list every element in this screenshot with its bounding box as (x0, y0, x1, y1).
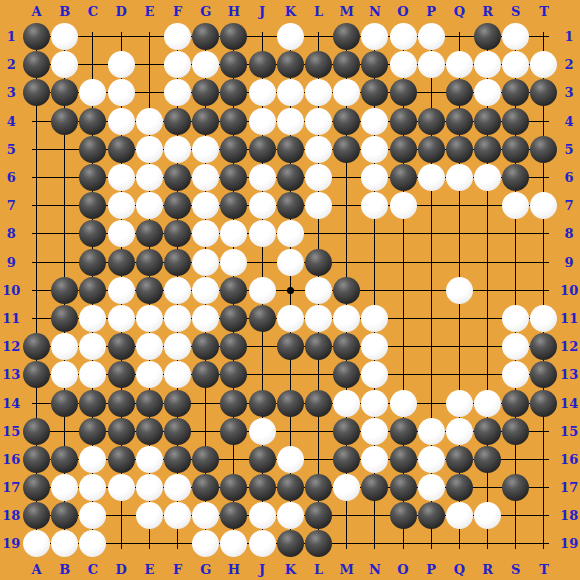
intersection[interactable] (333, 530, 361, 558)
intersection[interactable] (474, 276, 502, 304)
intersection[interactable] (276, 530, 304, 558)
intersection[interactable] (389, 23, 417, 51)
intersection[interactable] (163, 445, 191, 473)
intersection[interactable] (192, 304, 220, 332)
intersection[interactable] (248, 135, 276, 163)
intersection[interactable] (502, 304, 530, 332)
intersection[interactable] (192, 220, 220, 248)
intersection[interactable] (79, 530, 107, 558)
intersection[interactable] (474, 389, 502, 417)
intersection[interactable] (51, 502, 79, 530)
intersection[interactable] (220, 361, 248, 389)
intersection[interactable] (220, 417, 248, 445)
intersection[interactable] (417, 304, 445, 332)
intersection[interactable] (248, 502, 276, 530)
intersection[interactable] (107, 276, 135, 304)
intersection[interactable] (361, 445, 389, 473)
intersection[interactable] (220, 276, 248, 304)
intersection[interactable] (502, 417, 530, 445)
intersection[interactable] (135, 135, 163, 163)
intersection[interactable] (474, 79, 502, 107)
intersection[interactable] (23, 502, 51, 530)
intersection[interactable] (23, 107, 51, 135)
intersection[interactable] (23, 192, 51, 220)
intersection[interactable] (192, 163, 220, 191)
intersection[interactable] (220, 304, 248, 332)
intersection[interactable] (23, 304, 51, 332)
intersection[interactable] (79, 276, 107, 304)
intersection[interactable] (163, 51, 191, 79)
intersection[interactable] (163, 276, 191, 304)
intersection[interactable] (304, 79, 332, 107)
intersection[interactable] (474, 23, 502, 51)
intersection[interactable] (304, 220, 332, 248)
intersection[interactable] (417, 23, 445, 51)
intersection[interactable] (163, 192, 191, 220)
intersection[interactable] (192, 192, 220, 220)
intersection[interactable] (445, 107, 473, 135)
intersection[interactable] (135, 51, 163, 79)
intersection[interactable] (220, 502, 248, 530)
intersection[interactable] (23, 79, 51, 107)
intersection[interactable] (135, 220, 163, 248)
intersection[interactable] (248, 474, 276, 502)
intersection[interactable] (304, 248, 332, 276)
intersection[interactable] (51, 304, 79, 332)
intersection[interactable] (530, 248, 558, 276)
intersection[interactable] (304, 417, 332, 445)
intersection[interactable] (248, 248, 276, 276)
intersection[interactable] (389, 417, 417, 445)
intersection[interactable] (107, 502, 135, 530)
intersection[interactable] (333, 51, 361, 79)
intersection[interactable] (192, 248, 220, 276)
intersection[interactable] (51, 276, 79, 304)
intersection[interactable] (502, 248, 530, 276)
intersection[interactable] (445, 220, 473, 248)
intersection[interactable] (530, 23, 558, 51)
intersection[interactable] (417, 502, 445, 530)
intersection[interactable] (417, 79, 445, 107)
intersection[interactable] (474, 163, 502, 191)
intersection[interactable] (333, 192, 361, 220)
intersection[interactable] (333, 445, 361, 473)
intersection[interactable] (445, 502, 473, 530)
intersection[interactable] (389, 333, 417, 361)
intersection[interactable] (502, 474, 530, 502)
intersection[interactable] (23, 474, 51, 502)
intersection[interactable] (107, 51, 135, 79)
intersection[interactable] (417, 107, 445, 135)
intersection[interactable] (304, 445, 332, 473)
intersection[interactable] (417, 417, 445, 445)
intersection[interactable] (79, 51, 107, 79)
intersection[interactable] (51, 51, 79, 79)
intersection[interactable] (79, 361, 107, 389)
intersection[interactable] (135, 276, 163, 304)
intersection[interactable] (361, 79, 389, 107)
intersection[interactable] (502, 163, 530, 191)
intersection[interactable] (79, 135, 107, 163)
intersection[interactable] (192, 474, 220, 502)
intersection[interactable] (79, 107, 107, 135)
intersection[interactable] (474, 107, 502, 135)
intersection[interactable] (276, 248, 304, 276)
intersection[interactable] (220, 333, 248, 361)
intersection[interactable] (474, 192, 502, 220)
intersection[interactable] (163, 248, 191, 276)
intersection[interactable] (51, 248, 79, 276)
intersection[interactable] (502, 79, 530, 107)
intersection[interactable] (304, 23, 332, 51)
intersection[interactable] (192, 389, 220, 417)
intersection[interactable] (474, 220, 502, 248)
intersection[interactable] (79, 502, 107, 530)
intersection[interactable] (417, 220, 445, 248)
intersection[interactable] (333, 107, 361, 135)
intersection[interactable] (248, 417, 276, 445)
intersection[interactable] (107, 389, 135, 417)
intersection[interactable] (417, 333, 445, 361)
intersection[interactable] (361, 474, 389, 502)
intersection[interactable] (192, 51, 220, 79)
intersection[interactable] (417, 445, 445, 473)
intersection[interactable] (107, 107, 135, 135)
intersection[interactable] (333, 361, 361, 389)
intersection[interactable] (276, 474, 304, 502)
intersection[interactable] (23, 163, 51, 191)
intersection[interactable] (51, 445, 79, 473)
intersection[interactable] (502, 192, 530, 220)
intersection[interactable] (276, 333, 304, 361)
intersection[interactable] (220, 474, 248, 502)
intersection[interactable] (502, 333, 530, 361)
intersection[interactable] (23, 23, 51, 51)
intersection[interactable] (417, 248, 445, 276)
intersection[interactable] (23, 417, 51, 445)
intersection[interactable] (23, 530, 51, 558)
intersection[interactable] (530, 107, 558, 135)
intersection[interactable] (417, 361, 445, 389)
intersection[interactable] (135, 304, 163, 332)
intersection[interactable] (333, 474, 361, 502)
intersection[interactable] (163, 361, 191, 389)
intersection[interactable] (192, 23, 220, 51)
intersection[interactable] (51, 79, 79, 107)
intersection[interactable] (107, 304, 135, 332)
intersection[interactable] (530, 276, 558, 304)
intersection[interactable] (361, 276, 389, 304)
intersection[interactable] (107, 220, 135, 248)
intersection[interactable] (389, 304, 417, 332)
intersection[interactable] (502, 107, 530, 135)
intersection[interactable] (474, 333, 502, 361)
intersection[interactable] (79, 474, 107, 502)
intersection[interactable] (79, 192, 107, 220)
intersection[interactable] (79, 417, 107, 445)
intersection[interactable] (248, 107, 276, 135)
intersection[interactable] (163, 163, 191, 191)
intersection[interactable] (474, 135, 502, 163)
intersection[interactable] (248, 276, 276, 304)
intersection[interactable] (220, 220, 248, 248)
intersection[interactable] (23, 51, 51, 79)
intersection[interactable] (502, 445, 530, 473)
intersection[interactable] (276, 192, 304, 220)
intersection[interactable] (51, 474, 79, 502)
intersection[interactable] (530, 445, 558, 473)
intersection[interactable] (333, 417, 361, 445)
intersection[interactable] (502, 276, 530, 304)
intersection[interactable] (163, 502, 191, 530)
intersection[interactable] (107, 333, 135, 361)
intersection[interactable] (530, 417, 558, 445)
intersection[interactable] (276, 502, 304, 530)
intersection[interactable] (445, 163, 473, 191)
intersection[interactable] (474, 304, 502, 332)
intersection[interactable] (361, 389, 389, 417)
intersection[interactable] (530, 220, 558, 248)
intersection[interactable] (135, 79, 163, 107)
intersection[interactable] (135, 530, 163, 558)
intersection[interactable] (248, 333, 276, 361)
intersection[interactable] (474, 361, 502, 389)
intersection[interactable] (23, 220, 51, 248)
intersection[interactable] (333, 248, 361, 276)
intersection[interactable] (333, 333, 361, 361)
intersection[interactable] (361, 107, 389, 135)
intersection[interactable] (304, 304, 332, 332)
intersection[interactable] (220, 530, 248, 558)
intersection[interactable] (220, 79, 248, 107)
intersection[interactable] (361, 248, 389, 276)
intersection[interactable] (276, 51, 304, 79)
intersection[interactable] (474, 530, 502, 558)
intersection[interactable] (445, 23, 473, 51)
intersection[interactable] (79, 79, 107, 107)
intersection[interactable] (135, 333, 163, 361)
intersection[interactable] (135, 248, 163, 276)
intersection[interactable] (417, 51, 445, 79)
intersection[interactable] (417, 389, 445, 417)
intersection[interactable] (163, 23, 191, 51)
intersection[interactable] (192, 276, 220, 304)
intersection[interactable] (333, 276, 361, 304)
intersection[interactable] (23, 276, 51, 304)
intersection[interactable] (135, 192, 163, 220)
intersection[interactable] (23, 361, 51, 389)
intersection[interactable] (361, 220, 389, 248)
intersection[interactable] (163, 135, 191, 163)
intersection[interactable] (474, 502, 502, 530)
intersection[interactable] (23, 135, 51, 163)
intersection[interactable] (276, 361, 304, 389)
intersection[interactable] (163, 220, 191, 248)
intersection[interactable] (163, 417, 191, 445)
intersection[interactable] (248, 192, 276, 220)
intersection[interactable] (417, 530, 445, 558)
intersection[interactable] (107, 445, 135, 473)
intersection[interactable] (135, 163, 163, 191)
intersection[interactable] (530, 502, 558, 530)
intersection[interactable] (361, 135, 389, 163)
intersection[interactable] (445, 51, 473, 79)
intersection[interactable] (361, 361, 389, 389)
intersection[interactable] (107, 248, 135, 276)
intersection[interactable] (220, 23, 248, 51)
intersection[interactable] (333, 389, 361, 417)
intersection[interactable] (51, 333, 79, 361)
intersection[interactable] (389, 474, 417, 502)
intersection[interactable] (276, 389, 304, 417)
intersection[interactable] (502, 135, 530, 163)
intersection[interactable] (220, 107, 248, 135)
intersection[interactable] (51, 163, 79, 191)
intersection[interactable] (220, 445, 248, 473)
intersection[interactable] (474, 474, 502, 502)
intersection[interactable] (107, 474, 135, 502)
intersection[interactable] (445, 530, 473, 558)
intersection[interactable] (530, 192, 558, 220)
intersection[interactable] (220, 389, 248, 417)
intersection[interactable] (304, 333, 332, 361)
intersection[interactable] (389, 51, 417, 79)
intersection[interactable] (389, 445, 417, 473)
intersection[interactable] (417, 192, 445, 220)
intersection[interactable] (192, 502, 220, 530)
intersection[interactable] (445, 333, 473, 361)
intersection[interactable] (79, 333, 107, 361)
intersection[interactable] (107, 361, 135, 389)
intersection[interactable] (192, 361, 220, 389)
intersection[interactable] (502, 389, 530, 417)
intersection[interactable] (361, 192, 389, 220)
intersection[interactable] (163, 389, 191, 417)
intersection[interactable] (445, 192, 473, 220)
intersection[interactable] (389, 163, 417, 191)
intersection[interactable] (304, 530, 332, 558)
intersection[interactable] (530, 474, 558, 502)
intersection[interactable] (333, 79, 361, 107)
intersection[interactable] (163, 79, 191, 107)
intersection[interactable] (135, 502, 163, 530)
intersection[interactable] (417, 135, 445, 163)
intersection[interactable] (220, 163, 248, 191)
intersection[interactable] (304, 276, 332, 304)
intersection[interactable] (361, 417, 389, 445)
intersection[interactable] (445, 304, 473, 332)
intersection[interactable] (163, 530, 191, 558)
intersection[interactable] (530, 530, 558, 558)
intersection[interactable] (23, 333, 51, 361)
intersection[interactable] (333, 502, 361, 530)
intersection[interactable] (502, 23, 530, 51)
intersection[interactable] (79, 304, 107, 332)
intersection[interactable] (192, 445, 220, 473)
intersection[interactable] (248, 361, 276, 389)
intersection[interactable] (304, 474, 332, 502)
intersection[interactable] (361, 51, 389, 79)
intersection[interactable] (276, 163, 304, 191)
intersection[interactable] (445, 276, 473, 304)
intersection[interactable] (220, 192, 248, 220)
intersection[interactable] (107, 23, 135, 51)
intersection[interactable] (530, 135, 558, 163)
intersection[interactable] (51, 361, 79, 389)
intersection[interactable] (389, 389, 417, 417)
intersection[interactable] (502, 220, 530, 248)
intersection[interactable] (445, 389, 473, 417)
intersection[interactable] (107, 135, 135, 163)
intersection[interactable] (389, 502, 417, 530)
intersection[interactable] (51, 530, 79, 558)
intersection[interactable] (248, 220, 276, 248)
intersection[interactable] (23, 389, 51, 417)
intersection[interactable] (51, 220, 79, 248)
intersection[interactable] (417, 276, 445, 304)
intersection[interactable] (248, 79, 276, 107)
intersection[interactable] (220, 248, 248, 276)
intersection[interactable] (530, 51, 558, 79)
intersection[interactable] (192, 79, 220, 107)
intersection[interactable] (530, 361, 558, 389)
intersection[interactable] (333, 304, 361, 332)
intersection[interactable] (276, 107, 304, 135)
intersection[interactable] (304, 107, 332, 135)
intersection[interactable] (276, 79, 304, 107)
intersection[interactable] (51, 192, 79, 220)
intersection[interactable] (135, 417, 163, 445)
intersection[interactable] (248, 304, 276, 332)
intersection[interactable] (276, 135, 304, 163)
intersection[interactable] (333, 135, 361, 163)
intersection[interactable] (304, 135, 332, 163)
intersection[interactable] (51, 417, 79, 445)
intersection[interactable] (333, 23, 361, 51)
intersection[interactable] (163, 304, 191, 332)
intersection[interactable] (417, 163, 445, 191)
intersection[interactable] (79, 445, 107, 473)
intersection[interactable] (135, 445, 163, 473)
intersection[interactable] (530, 304, 558, 332)
intersection[interactable] (163, 107, 191, 135)
intersection[interactable] (135, 107, 163, 135)
intersection[interactable] (502, 361, 530, 389)
intersection[interactable] (248, 23, 276, 51)
intersection[interactable] (389, 107, 417, 135)
intersection[interactable] (445, 474, 473, 502)
intersection[interactable] (248, 445, 276, 473)
intersection[interactable] (304, 389, 332, 417)
intersection[interactable] (107, 530, 135, 558)
intersection[interactable] (276, 220, 304, 248)
intersection[interactable] (248, 530, 276, 558)
intersection[interactable] (304, 51, 332, 79)
intersection[interactable] (276, 304, 304, 332)
intersection[interactable] (248, 163, 276, 191)
intersection[interactable] (389, 361, 417, 389)
intersection[interactable] (502, 51, 530, 79)
intersection[interactable] (389, 79, 417, 107)
intersection[interactable] (304, 163, 332, 191)
intersection[interactable] (79, 389, 107, 417)
intersection[interactable] (304, 361, 332, 389)
intersection[interactable] (389, 530, 417, 558)
intersection[interactable] (79, 220, 107, 248)
intersection[interactable] (333, 220, 361, 248)
intersection[interactable] (248, 389, 276, 417)
intersection[interactable] (333, 163, 361, 191)
